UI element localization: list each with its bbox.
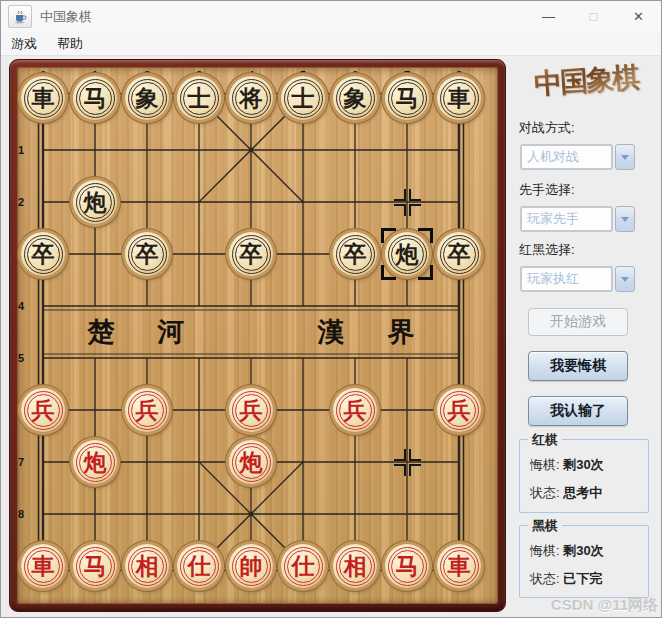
piece-glyph: 象 xyxy=(333,76,377,120)
piece-red-炮-c1r7[interactable]: 炮 xyxy=(73,440,117,484)
piece-red-兵-c0r6[interactable]: 兵 xyxy=(21,388,65,432)
piece-black-卒-c0r3[interactable]: 卒 xyxy=(21,232,65,276)
undo-button[interactable]: 我要悔棋 xyxy=(528,351,628,381)
control-panel: 中国象棋 对战方式: 人机对战 先手选择: 玩家先手 红黑选择: 玩家执红 开始… xyxy=(509,56,662,618)
piece-red-兵-c6r6[interactable]: 兵 xyxy=(333,388,377,432)
resign-button[interactable]: 我认输了 xyxy=(528,396,628,426)
chevron-down-icon xyxy=(621,217,629,222)
piece-glyph: 将 xyxy=(229,76,273,120)
piece-black-象-c6r0[interactable]: 象 xyxy=(333,76,377,120)
piece-glyph: 卒 xyxy=(21,232,65,276)
piece-black-士-c3r0[interactable]: 士 xyxy=(177,76,221,120)
first-move-select[interactable]: 玩家先手 xyxy=(520,206,635,232)
piece-glyph: 马 xyxy=(385,76,429,120)
piece-black-马-c7r0[interactable]: 马 xyxy=(385,76,429,120)
piece-glyph: 兵 xyxy=(125,388,169,432)
minimize-button[interactable]: — xyxy=(526,1,571,32)
black-undo-label: 悔棋: xyxy=(530,543,560,558)
battle-mode-dropdown-button[interactable] xyxy=(615,144,635,170)
red-state-value: 思考中 xyxy=(563,485,602,500)
piece-black-卒-c8r3[interactable]: 卒 xyxy=(437,232,481,276)
piece-black-象-c2r0[interactable]: 象 xyxy=(125,76,169,120)
piece-glyph: 帥 xyxy=(229,544,273,588)
piece-glyph: 車 xyxy=(21,544,65,588)
piece-glyph: 卒 xyxy=(437,232,481,276)
piece-black-马-c1r0[interactable]: 马 xyxy=(73,76,117,120)
black-state-label: 状态: xyxy=(530,571,560,586)
battle-mode-select[interactable]: 人机对战 xyxy=(520,144,635,170)
menu-bar: 游戏 帮助 xyxy=(1,32,661,56)
piece-glyph: 相 xyxy=(125,544,169,588)
piece-black-卒-c2r3[interactable]: 卒 xyxy=(125,232,169,276)
piece-glyph: 車 xyxy=(437,76,481,120)
watermark: CSDN @11网络 xyxy=(551,596,658,615)
first-move-value: 玩家先手 xyxy=(520,206,613,232)
start-game-button[interactable]: 开始游戏 xyxy=(528,308,628,336)
piece-glyph: 炮 xyxy=(385,232,429,276)
piece-glyph: 卒 xyxy=(229,232,273,276)
first-move-dropdown-button[interactable] xyxy=(615,206,635,232)
coffee-cup-icon xyxy=(13,10,27,24)
piece-red-仕-c5r9[interactable]: 仕 xyxy=(281,544,325,588)
title-bar: 中国象棋 — □ ✕ xyxy=(1,1,661,32)
point-marker xyxy=(394,189,421,216)
piece-glyph: 马 xyxy=(73,544,117,588)
close-button[interactable]: ✕ xyxy=(616,1,661,32)
piece-glyph: 車 xyxy=(21,76,65,120)
piece-glyph: 卒 xyxy=(333,232,377,276)
piece-red-相-c6r9[interactable]: 相 xyxy=(333,544,377,588)
piece-glyph: 象 xyxy=(125,76,169,120)
piece-black-卒-c4r3[interactable]: 卒 xyxy=(229,232,273,276)
color-choice-dropdown-button[interactable] xyxy=(615,266,635,292)
piece-glyph: 兵 xyxy=(437,388,481,432)
piece-glyph: 马 xyxy=(385,544,429,588)
piece-black-卒-c6r3[interactable]: 卒 xyxy=(333,232,377,276)
piece-glyph: 炮 xyxy=(229,440,273,484)
red-undo-label: 悔棋: xyxy=(530,457,560,472)
black-state-row: 状态: 已下完 xyxy=(530,560,648,600)
piece-glyph: 士 xyxy=(177,76,221,120)
piece-black-士-c5r0[interactable]: 士 xyxy=(281,76,325,120)
pieces-grid: 車马象士将士象马車炮卒卒卒卒炮卒兵兵兵兵兵炮炮車马相仕帥仕相马車 xyxy=(17,72,485,592)
piece-glyph: 炮 xyxy=(73,180,117,224)
black-undo-value: 剩30次 xyxy=(563,543,603,558)
piece-glyph: 相 xyxy=(333,544,377,588)
chevron-down-icon xyxy=(621,277,629,282)
piece-glyph: 仕 xyxy=(177,544,221,588)
piece-red-马-c1r9[interactable]: 马 xyxy=(73,544,117,588)
piece-glyph: 士 xyxy=(281,76,325,120)
chevron-down-icon xyxy=(621,155,629,160)
menu-game[interactable]: 游戏 xyxy=(1,35,47,53)
piece-glyph: 兵 xyxy=(21,388,65,432)
menu-help[interactable]: 帮助 xyxy=(47,35,93,53)
black-state-value: 已下完 xyxy=(563,571,602,586)
board-area: 0123456780123456789 楚河漢界 車马象士将士象马車炮卒卒卒卒炮… xyxy=(9,59,506,612)
piece-glyph: 炮 xyxy=(73,440,117,484)
piece-red-帥-c4r9[interactable]: 帥 xyxy=(229,544,273,588)
red-undo-value: 剩30次 xyxy=(563,457,603,472)
black-status-title: 黑棋 xyxy=(528,517,562,535)
piece-glyph: 卒 xyxy=(125,232,169,276)
color-choice-select[interactable]: 玩家执红 xyxy=(520,266,635,292)
color-choice-value: 玩家执红 xyxy=(520,266,613,292)
battle-mode-label: 对战方式: xyxy=(519,119,575,137)
piece-glyph: 马 xyxy=(73,76,117,120)
piece-red-马-c7r9[interactable]: 马 xyxy=(385,544,429,588)
window-title: 中国象棋 xyxy=(40,8,92,26)
battle-mode-value: 人机对战 xyxy=(520,144,613,170)
java-app-icon xyxy=(8,5,32,28)
piece-red-炮-c4r7[interactable]: 炮 xyxy=(229,440,273,484)
piece-black-車-c0r0[interactable]: 車 xyxy=(21,76,65,120)
piece-glyph: 兵 xyxy=(229,388,273,432)
point-marker xyxy=(394,449,421,476)
piece-black-炮-c7r3[interactable]: 炮 xyxy=(385,232,429,276)
piece-black-炮-c1r2[interactable]: 炮 xyxy=(73,180,117,224)
piece-glyph: 仕 xyxy=(281,544,325,588)
piece-red-車-c0r9[interactable]: 車 xyxy=(21,544,65,588)
piece-red-兵-c8r6[interactable]: 兵 xyxy=(437,388,481,432)
maximize-button[interactable]: □ xyxy=(571,1,616,32)
red-state-label: 状态: xyxy=(530,485,560,500)
piece-red-兵-c2r6[interactable]: 兵 xyxy=(125,388,169,432)
red-status-box: 红棋 悔棋: 剩30次 状态: 思考中 xyxy=(519,439,649,513)
piece-red-兵-c4r6[interactable]: 兵 xyxy=(229,388,273,432)
piece-glyph: 車 xyxy=(437,544,481,588)
window-controls: — □ ✕ xyxy=(526,1,661,32)
piece-black-将-c4r0[interactable]: 将 xyxy=(229,76,273,120)
piece-red-仕-c3r9[interactable]: 仕 xyxy=(177,544,221,588)
piece-red-相-c2r9[interactable]: 相 xyxy=(125,544,169,588)
first-move-label: 先手选择: xyxy=(519,181,575,199)
piece-red-車-c8r9[interactable]: 車 xyxy=(437,544,481,588)
app-window: 中国象棋 — □ ✕ 游戏 帮助 0123456780123456789 楚河漢… xyxy=(0,0,662,618)
red-state-row: 状态: 思考中 xyxy=(530,474,648,514)
red-status-title: 红棋 xyxy=(528,431,562,449)
game-logo: 中国象棋 xyxy=(508,57,662,106)
black-status-box: 黑棋 悔棋: 剩30次 状态: 已下完 xyxy=(519,525,649,598)
piece-black-車-c8r0[interactable]: 車 xyxy=(437,76,481,120)
color-choice-label: 红黑选择: xyxy=(519,241,575,259)
piece-glyph: 兵 xyxy=(333,388,377,432)
